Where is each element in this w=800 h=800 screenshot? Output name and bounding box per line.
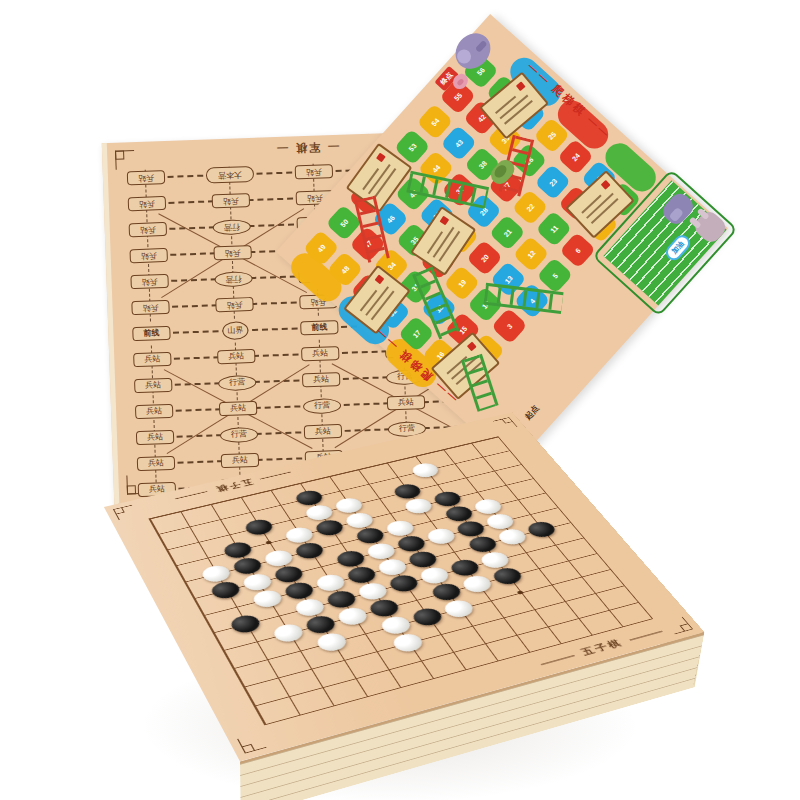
white-stone[interactable] [292,597,327,619]
corner-ornament [664,617,693,635]
military-node: 兵站 [221,453,259,468]
military-node: 兵站 [128,196,166,211]
military-node: 兵站 [217,349,255,364]
military-node: 兵站 [302,372,340,387]
white-stone[interactable] [343,511,376,530]
corner-ornament [237,733,266,754]
military-node: 兵站 [215,297,253,312]
military-node: 行营 [214,271,253,287]
military-node: 山界 [222,321,249,340]
white-stone[interactable] [364,541,398,561]
black-stone[interactable] [448,558,483,578]
white-stone[interactable] [409,461,442,479]
railroad-line [235,343,241,495]
black-stone[interactable] [394,534,428,554]
black-stone[interactable] [334,549,368,569]
black-stone[interactable] [406,549,441,569]
white-stone[interactable] [378,614,414,636]
military-node: 兵站 [135,404,173,419]
black-stone[interactable] [490,566,526,587]
black-stone[interactable] [454,519,488,538]
military-node: 兵站 [304,424,342,439]
star-point [265,540,272,544]
white-stone[interactable] [332,496,365,515]
white-stone[interactable] [375,557,410,577]
white-stone[interactable] [483,512,517,531]
white-stone[interactable] [313,572,348,593]
path-square: 3 [491,308,528,345]
military-node: 兵站 [213,245,251,260]
black-stone[interactable] [242,517,275,536]
military-node: 兵站 [295,164,333,179]
star-point [444,497,451,501]
military-board-title: 军棋 [257,138,357,156]
star-point [517,590,524,594]
path-square: 6 [559,232,596,269]
black-stone[interactable] [292,541,326,561]
military-node: 大本营 [206,166,255,184]
black-stone[interactable] [410,606,446,628]
star-point [328,640,335,645]
star-point [389,565,396,569]
military-node: 兵站 [129,222,167,237]
corner-ornament [113,505,138,520]
white-stone[interactable] [335,606,371,628]
military-node: 兵站 [127,170,165,185]
railroad-line [151,346,157,498]
white-stone[interactable] [390,632,427,655]
military-node: 兵站 [137,456,175,471]
military-node: 兵站 [130,274,168,289]
white-stone[interactable] [282,525,315,545]
military-node: 兵站 [219,401,257,416]
black-stone[interactable] [466,534,501,554]
black-stone[interactable] [391,482,424,500]
white-stone[interactable] [424,526,458,546]
military-node: 兵站 [131,300,169,315]
military-node: 兵站 [212,193,250,208]
military-node: 行营 [218,374,257,390]
white-stone[interactable] [270,622,306,644]
railroad-line [229,167,235,319]
white-stone[interactable] [303,503,336,522]
corner-ornament [493,417,518,431]
black-stone[interactable] [293,488,326,507]
black-stone[interactable] [431,489,464,508]
white-stone[interactable] [199,563,233,584]
military-node: 兵站 [134,378,172,393]
black-stone[interactable] [324,589,359,610]
black-stone[interactable] [230,556,264,576]
railroad-line [145,170,151,322]
path-square: 5 [536,257,573,294]
white-stone[interactable] [261,548,295,568]
white-stone[interactable] [383,518,417,537]
white-stone[interactable] [460,574,496,595]
military-node: 兵站 [133,352,171,367]
white-stone[interactable] [314,631,350,654]
black-stone[interactable] [282,580,317,601]
white-stone[interactable] [402,496,435,515]
black-stone[interactable] [303,614,339,636]
black-stone[interactable] [208,580,242,601]
black-stone[interactable] [344,565,379,586]
military-node: 前线 [132,326,170,341]
black-stone[interactable] [228,613,263,635]
military-node: 行营 [303,397,342,413]
white-stone[interactable] [250,588,285,609]
white-stone[interactable] [441,598,477,620]
black-stone[interactable] [353,526,387,546]
black-stone[interactable] [221,540,254,560]
military-node: 兵站 [136,430,174,445]
white-stone[interactable] [495,527,530,547]
military-node: 行营 [213,219,252,235]
military-node: 行营 [220,426,259,442]
black-stone[interactable] [386,573,421,594]
white-stone[interactable] [355,581,390,602]
black-stone[interactable] [525,520,560,539]
military-node: 兵站 [129,248,167,263]
black-stone[interactable] [271,564,305,585]
black-stone[interactable] [313,518,346,537]
white-stone[interactable] [471,497,505,516]
start-label: 起点 [522,403,541,422]
event-card [410,206,476,276]
black-stone[interactable] [366,597,402,619]
military-node: 兵站 [301,346,339,361]
white-stone[interactable] [478,550,513,570]
corner-ornament [115,150,135,170]
military-node: 前线 [300,320,338,335]
white-stone[interactable] [240,572,274,593]
white-stone[interactable] [417,565,452,586]
black-stone[interactable] [442,504,476,523]
military-node: 兵站 [387,395,425,410]
black-stone[interactable] [429,581,465,602]
